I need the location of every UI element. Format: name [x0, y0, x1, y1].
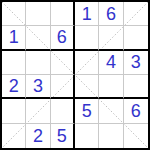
cell-r4c4[interactable] [75, 75, 99, 99]
sudoku-board: 1 6 1 6 4 3 2 3 5 6 2 5 [0, 0, 150, 150]
cell-r2c5[interactable] [99, 26, 123, 50]
cell-r2c1: 1 [2, 26, 26, 50]
cell-r1c4: 1 [75, 2, 99, 26]
cell-r5c6: 6 [124, 99, 148, 123]
cell-r4c2: 3 [26, 75, 50, 99]
cell-r3c1[interactable] [2, 51, 26, 75]
cell-r3c5: 4 [99, 51, 123, 75]
cell-r4c6[interactable] [124, 75, 148, 99]
cell-r3c3[interactable] [51, 51, 75, 75]
cell-r1c2[interactable] [26, 2, 50, 26]
cell-r6c6[interactable] [124, 124, 148, 148]
cell-r5c1[interactable] [2, 99, 26, 123]
cell-r5c2[interactable] [26, 99, 50, 123]
cell-r2c2[interactable] [26, 26, 50, 50]
cell-r4c3[interactable] [51, 75, 75, 99]
cell-r3c4[interactable] [75, 51, 99, 75]
cell-r6c4[interactable] [75, 124, 99, 148]
cell-r6c2: 2 [26, 124, 50, 148]
cell-r6c5[interactable] [99, 124, 123, 148]
cell-r1c1[interactable] [2, 2, 26, 26]
cell-r4c5[interactable] [99, 75, 123, 99]
cell-r6c1[interactable] [2, 124, 26, 148]
cell-r2c4[interactable] [75, 26, 99, 50]
cell-r1c6[interactable] [124, 2, 148, 26]
cell-r2c6[interactable] [124, 26, 148, 50]
cell-r3c6: 3 [124, 51, 148, 75]
cell-r5c4: 5 [75, 99, 99, 123]
cell-r5c3[interactable] [51, 99, 75, 123]
cell-r1c3[interactable] [51, 2, 75, 26]
cell-r6c3: 5 [51, 124, 75, 148]
sudoku-grid: 1 6 1 6 4 3 2 3 5 6 2 5 [2, 2, 148, 148]
cell-r5c5[interactable] [99, 99, 123, 123]
cell-r3c2[interactable] [26, 51, 50, 75]
cell-r2c3: 6 [51, 26, 75, 50]
cell-r4c1: 2 [2, 75, 26, 99]
cell-r1c5: 6 [99, 2, 123, 26]
